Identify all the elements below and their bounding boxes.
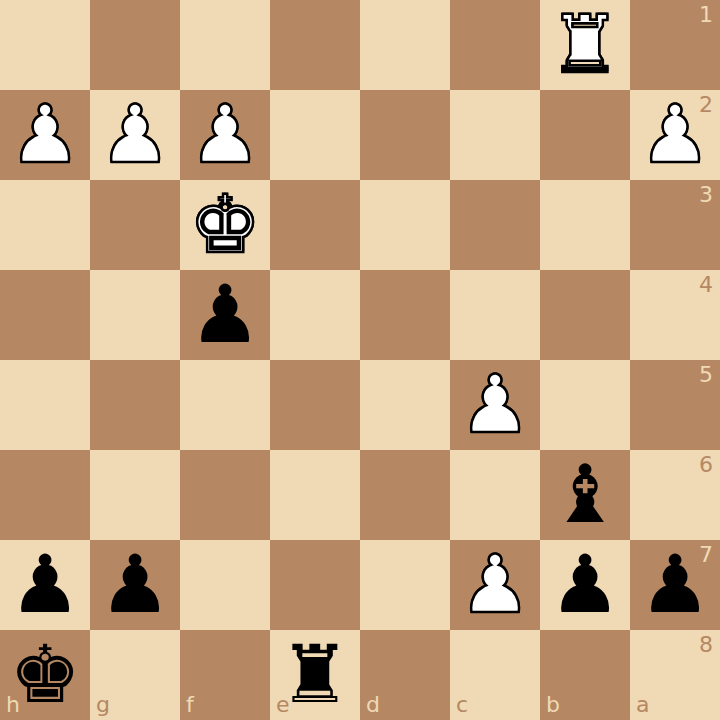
square-h3[interactable] <box>0 180 90 270</box>
white-pawn[interactable]: ♟ <box>99 90 171 180</box>
square-a8[interactable]: 8a <box>630 630 720 720</box>
black-pawn[interactable]: ♟ <box>639 540 711 630</box>
square-b8[interactable]: b <box>540 630 630 720</box>
square-h2[interactable]: ♟ <box>0 90 90 180</box>
file-label-f: f <box>186 694 194 716</box>
square-a7[interactable]: 7♟ <box>630 540 720 630</box>
square-e3[interactable] <box>270 180 360 270</box>
square-g2[interactable]: ♟ <box>90 90 180 180</box>
square-g8[interactable]: g <box>90 630 180 720</box>
square-c3[interactable] <box>450 180 540 270</box>
chess-board: ♜1♟♟♟2♟♚3♟4♟5♝6♟♟♟♟7♟h♚gfe♜dcb8a <box>0 0 720 720</box>
square-d7[interactable] <box>360 540 450 630</box>
square-e8[interactable]: e♜ <box>270 630 360 720</box>
square-d2[interactable] <box>360 90 450 180</box>
square-e5[interactable] <box>270 360 360 450</box>
square-h8[interactable]: h♚ <box>0 630 90 720</box>
white-pawn[interactable]: ♟ <box>639 90 711 180</box>
square-c8[interactable]: c <box>450 630 540 720</box>
file-label-c: c <box>456 694 468 716</box>
square-e1[interactable] <box>270 0 360 90</box>
file-label-b: b <box>546 694 560 716</box>
square-d5[interactable] <box>360 360 450 450</box>
square-h1[interactable] <box>0 0 90 90</box>
black-pawn[interactable]: ♟ <box>9 540 81 630</box>
square-f6[interactable] <box>180 450 270 540</box>
rank-label-3: 3 <box>699 184 713 206</box>
square-b7[interactable]: ♟ <box>540 540 630 630</box>
square-g5[interactable] <box>90 360 180 450</box>
square-b3[interactable] <box>540 180 630 270</box>
square-g1[interactable] <box>90 0 180 90</box>
square-d1[interactable] <box>360 0 450 90</box>
white-king[interactable]: ♚ <box>189 180 261 270</box>
square-f8[interactable]: f <box>180 630 270 720</box>
square-a6[interactable]: 6 <box>630 450 720 540</box>
white-pawn[interactable]: ♟ <box>459 540 531 630</box>
square-d4[interactable] <box>360 270 450 360</box>
square-e2[interactable] <box>270 90 360 180</box>
white-pawn[interactable]: ♟ <box>459 360 531 450</box>
square-b1[interactable]: ♜ <box>540 0 630 90</box>
square-c4[interactable] <box>450 270 540 360</box>
square-h5[interactable] <box>0 360 90 450</box>
square-d8[interactable]: d <box>360 630 450 720</box>
square-b4[interactable] <box>540 270 630 360</box>
square-f2[interactable]: ♟ <box>180 90 270 180</box>
square-g4[interactable] <box>90 270 180 360</box>
black-pawn[interactable]: ♟ <box>549 540 621 630</box>
file-label-g: g <box>96 694 110 716</box>
square-e6[interactable] <box>270 450 360 540</box>
square-c2[interactable] <box>450 90 540 180</box>
square-e7[interactable] <box>270 540 360 630</box>
black-pawn[interactable]: ♟ <box>189 270 261 360</box>
square-f5[interactable] <box>180 360 270 450</box>
square-d6[interactable] <box>360 450 450 540</box>
rank-label-1: 1 <box>699 4 713 26</box>
white-rook[interactable]: ♜ <box>549 0 621 90</box>
square-g6[interactable] <box>90 450 180 540</box>
square-b6[interactable]: ♝ <box>540 450 630 540</box>
square-g3[interactable] <box>90 180 180 270</box>
rank-label-6: 6 <box>699 454 713 476</box>
square-c1[interactable] <box>450 0 540 90</box>
rank-label-8: 8 <box>699 634 713 656</box>
black-king[interactable]: ♚ <box>9 630 81 720</box>
rank-label-4: 4 <box>699 274 713 296</box>
square-g7[interactable]: ♟ <box>90 540 180 630</box>
square-a3[interactable]: 3 <box>630 180 720 270</box>
square-a1[interactable]: 1 <box>630 0 720 90</box>
black-bishop[interactable]: ♝ <box>549 450 621 540</box>
square-c7[interactable]: ♟ <box>450 540 540 630</box>
square-h6[interactable] <box>0 450 90 540</box>
square-h4[interactable] <box>0 270 90 360</box>
square-e4[interactable] <box>270 270 360 360</box>
square-f7[interactable] <box>180 540 270 630</box>
rank-label-5: 5 <box>699 364 713 386</box>
square-a2[interactable]: 2♟ <box>630 90 720 180</box>
square-d3[interactable] <box>360 180 450 270</box>
square-f4[interactable]: ♟ <box>180 270 270 360</box>
square-a5[interactable]: 5 <box>630 360 720 450</box>
square-b5[interactable] <box>540 360 630 450</box>
white-pawn[interactable]: ♟ <box>189 90 261 180</box>
square-b2[interactable] <box>540 90 630 180</box>
black-rook[interactable]: ♜ <box>279 630 351 720</box>
square-c6[interactable] <box>450 450 540 540</box>
black-pawn[interactable]: ♟ <box>99 540 171 630</box>
square-a4[interactable]: 4 <box>630 270 720 360</box>
square-c5[interactable]: ♟ <box>450 360 540 450</box>
file-label-d: d <box>366 694 380 716</box>
square-f1[interactable] <box>180 0 270 90</box>
square-f3[interactable]: ♚ <box>180 180 270 270</box>
file-label-a: a <box>636 694 649 716</box>
square-h7[interactable]: ♟ <box>0 540 90 630</box>
white-pawn[interactable]: ♟ <box>9 90 81 180</box>
